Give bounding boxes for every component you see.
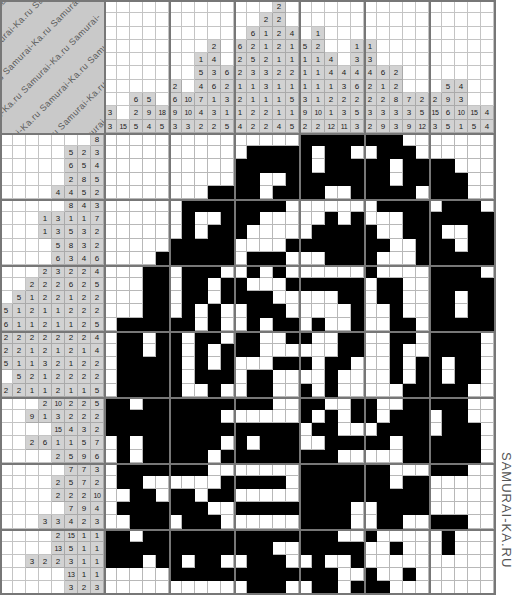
grid-cell[interactable] [221,476,234,489]
grid-cell[interactable] [260,173,273,186]
grid-cell[interactable] [442,318,455,331]
grid-cell[interactable] [117,252,130,265]
grid-cell[interactable] [351,159,364,172]
grid-cell[interactable] [325,555,338,568]
grid-cell[interactable] [338,291,351,304]
grid-cell[interactable] [130,159,143,172]
grid-cell[interactable] [377,450,390,463]
grid-cell[interactable] [208,489,221,502]
grid-cell[interactable] [221,370,234,383]
grid-cell[interactable] [338,450,351,463]
grid-cell[interactable] [416,146,429,159]
grid-cell[interactable] [182,344,195,357]
grid-cell[interactable] [208,344,221,357]
grid-cell[interactable] [377,173,390,186]
grid-cell[interactable] [403,318,416,331]
grid-cell[interactable] [130,423,143,436]
grid-cell[interactable] [117,173,130,186]
grid-cell[interactable] [156,568,169,581]
grid-cell[interactable] [390,436,403,449]
grid-cell[interactable] [481,344,494,357]
grid-cell[interactable] [351,489,364,502]
grid-cell[interactable] [195,384,208,397]
grid-cell[interactable] [182,186,195,199]
grid-cell[interactable] [260,423,273,436]
grid-cell[interactable] [182,489,195,502]
grid-cell[interactable] [442,159,455,172]
grid-cell[interactable] [286,555,299,568]
grid-cell[interactable] [442,568,455,581]
grid-cell[interactable] [182,212,195,225]
grid-cell[interactable] [481,318,494,331]
grid-cell[interactable] [260,489,273,502]
grid-cell[interactable] [455,436,468,449]
grid-cell[interactable] [442,212,455,225]
grid-cell[interactable] [221,515,234,528]
grid-cell[interactable] [182,252,195,265]
grid-cell[interactable] [442,252,455,265]
grid-cell[interactable] [260,436,273,449]
grid-cell[interactable] [208,423,221,436]
grid-cell[interactable] [117,159,130,172]
grid-cell[interactable] [312,278,325,291]
grid-cell[interactable] [351,278,364,291]
grid-cell[interactable] [442,146,455,159]
grid-cell[interactable] [247,555,260,568]
grid-cell[interactable] [312,357,325,370]
grid-cell[interactable] [156,212,169,225]
grid-cell[interactable] [247,384,260,397]
grid-cell[interactable] [208,186,221,199]
grid-cell[interactable] [117,568,130,581]
grid-cell[interactable] [325,357,338,370]
grid-cell[interactable] [208,146,221,159]
grid-cell[interactable] [247,173,260,186]
grid-cell[interactable] [455,186,468,199]
grid-cell[interactable] [312,318,325,331]
grid-cell[interactable] [390,225,403,238]
grid-cell[interactable] [156,225,169,238]
grid-cell[interactable] [247,542,260,555]
grid-cell[interactable] [156,476,169,489]
grid-cell[interactable] [273,225,286,238]
grid-cell[interactable] [468,304,481,317]
grid-cell[interactable] [195,555,208,568]
grid-cell[interactable] [403,384,416,397]
grid-cell[interactable] [130,239,143,252]
grid-cell[interactable] [416,357,429,370]
grid-cell[interactable] [195,542,208,555]
grid-cell[interactable] [143,502,156,515]
grid-cell[interactable] [455,212,468,225]
grid-cell[interactable] [416,239,429,252]
grid-cell[interactable] [117,542,130,555]
grid-cell[interactable] [273,568,286,581]
grid-cell[interactable] [351,212,364,225]
grid-cell[interactable] [130,357,143,370]
grid-cell[interactable] [208,291,221,304]
grid-cell[interactable] [377,476,390,489]
grid-cell[interactable] [351,502,364,515]
grid-cell[interactable] [442,173,455,186]
grid-cell[interactable] [286,450,299,463]
grid-cell[interactable] [390,278,403,291]
grid-cell[interactable] [273,489,286,502]
grid-cell[interactable] [442,410,455,423]
grid-cell[interactable] [442,186,455,199]
grid-cell[interactable] [260,410,273,423]
grid-cell[interactable] [338,515,351,528]
grid-cell[interactable] [403,370,416,383]
grid-cell[interactable] [481,225,494,238]
grid-cell[interactable] [195,410,208,423]
grid-cell[interactable] [468,252,481,265]
grid-cell[interactable] [390,239,403,252]
grid-cell[interactable] [260,159,273,172]
grid-cell[interactable] [208,357,221,370]
grid-cell[interactable] [221,423,234,436]
grid-cell[interactable] [377,568,390,581]
grid-cell[interactable] [312,489,325,502]
grid-cell[interactable] [455,410,468,423]
grid-cell[interactable] [143,568,156,581]
grid-cell[interactable] [221,159,234,172]
grid-cell[interactable] [260,146,273,159]
grid-cell[interactable] [455,502,468,515]
grid-cell[interactable] [312,476,325,489]
grid-cell[interactable] [260,239,273,252]
grid-cell[interactable] [468,410,481,423]
grid-cell[interactable] [221,489,234,502]
grid-cell[interactable] [390,159,403,172]
grid-cell[interactable] [481,489,494,502]
grid-cell[interactable] [195,476,208,489]
grid-cell[interactable] [208,252,221,265]
grid-cell[interactable] [143,450,156,463]
grid-cell[interactable] [182,384,195,397]
grid-cell[interactable] [416,515,429,528]
grid-cell[interactable] [156,515,169,528]
grid-cell[interactable] [468,146,481,159]
grid-cell[interactable] [481,212,494,225]
grid-cell[interactable] [130,225,143,238]
grid-cell[interactable] [468,357,481,370]
grid-cell[interactable] [351,423,364,436]
grid-cell[interactable] [182,318,195,331]
grid-cell[interactable] [273,146,286,159]
grid-cell[interactable] [208,239,221,252]
grid-cell[interactable] [338,555,351,568]
grid-cell[interactable] [221,436,234,449]
grid-cell[interactable] [117,239,130,252]
grid-cell[interactable] [377,252,390,265]
grid-cell[interactable] [325,212,338,225]
grid-cell[interactable] [156,384,169,397]
grid-cell[interactable] [377,291,390,304]
grid-cell[interactable] [130,304,143,317]
grid-cell[interactable] [481,450,494,463]
grid-cell[interactable] [481,384,494,397]
grid-cell[interactable] [208,555,221,568]
grid-cell[interactable] [143,212,156,225]
grid-cell[interactable] [390,357,403,370]
grid-cell[interactable] [312,450,325,463]
grid-cell[interactable] [117,384,130,397]
grid-cell[interactable] [195,489,208,502]
grid-cell[interactable] [325,450,338,463]
grid-cell[interactable] [130,291,143,304]
grid-cell[interactable] [260,318,273,331]
grid-cell[interactable] [351,225,364,238]
grid-cell[interactable] [468,568,481,581]
grid-cell[interactable] [260,476,273,489]
grid-cell[interactable] [156,489,169,502]
grid-cell[interactable] [351,186,364,199]
grid-cell[interactable] [377,186,390,199]
grid-cell[interactable] [221,357,234,370]
grid-cell[interactable] [286,384,299,397]
grid-cell[interactable] [442,502,455,515]
grid-cell[interactable] [156,318,169,331]
grid-cell[interactable] [143,291,156,304]
grid-cell[interactable] [273,304,286,317]
grid-cell[interactable] [143,318,156,331]
grid-cell[interactable] [130,450,143,463]
grid-cell[interactable] [208,384,221,397]
grid-cell[interactable] [312,410,325,423]
grid-cell[interactable] [195,344,208,357]
grid-cell[interactable] [286,278,299,291]
grid-cell[interactable] [143,476,156,489]
grid-cell[interactable] [208,212,221,225]
grid-cell[interactable] [286,423,299,436]
grid-cell[interactable] [468,542,481,555]
grid-cell[interactable] [468,186,481,199]
grid-cell[interactable] [377,384,390,397]
grid-cell[interactable] [195,357,208,370]
grid-cell[interactable] [325,436,338,449]
grid-cell[interactable] [156,450,169,463]
grid-cell[interactable] [143,357,156,370]
grid-cell[interactable] [468,173,481,186]
grid-cell[interactable] [286,318,299,331]
grid-cell[interactable] [221,304,234,317]
grid-cell[interactable] [442,278,455,291]
grid-cell[interactable] [221,555,234,568]
grid-cell[interactable] [208,370,221,383]
grid-cell[interactable] [117,436,130,449]
grid-cell[interactable] [455,555,468,568]
grid-cell[interactable] [351,515,364,528]
grid-cell[interactable] [247,423,260,436]
grid-cell[interactable] [390,212,403,225]
grid-cell[interactable] [156,278,169,291]
grid-cell[interactable] [338,436,351,449]
grid-cell[interactable] [221,146,234,159]
grid-cell[interactable] [468,476,481,489]
grid-cell[interactable] [416,450,429,463]
grid-cell[interactable] [377,542,390,555]
grid-cell[interactable] [221,450,234,463]
grid-cell[interactable] [338,476,351,489]
grid-cell[interactable] [247,410,260,423]
grid-cell[interactable] [143,173,156,186]
grid-cell[interactable] [468,370,481,383]
grid-cell[interactable] [182,239,195,252]
grid-cell[interactable] [377,423,390,436]
grid-cell[interactable] [338,542,351,555]
grid-cell[interactable] [416,423,429,436]
grid-cell[interactable] [416,318,429,331]
grid-cell[interactable] [260,252,273,265]
grid-cell[interactable] [442,370,455,383]
grid-cell[interactable] [260,344,273,357]
grid-cell[interactable] [286,304,299,317]
grid-cell[interactable] [247,318,260,331]
grid-cell[interactable] [390,568,403,581]
grid-cell[interactable] [247,239,260,252]
grid-cell[interactable] [468,239,481,252]
grid-cell[interactable] [403,555,416,568]
grid-cell[interactable] [156,186,169,199]
grid-cell[interactable] [455,423,468,436]
grid-cell[interactable] [156,357,169,370]
grid-cell[interactable] [403,225,416,238]
grid-cell[interactable] [416,173,429,186]
grid-cell[interactable] [351,410,364,423]
grid-cell[interactable] [260,542,273,555]
grid-cell[interactable] [351,450,364,463]
grid-cell[interactable] [416,212,429,225]
grid-cell[interactable] [351,357,364,370]
grid-cell[interactable] [416,410,429,423]
grid-cell[interactable] [403,146,416,159]
grid-cell[interactable] [182,278,195,291]
grid-cell[interactable] [247,304,260,317]
grid-cell[interactable] [442,489,455,502]
grid-cell[interactable] [403,489,416,502]
grid-cell[interactable] [390,146,403,159]
grid-cell[interactable] [338,173,351,186]
grid-cell[interactable] [117,423,130,436]
grid-cell[interactable] [286,410,299,423]
grid-cell[interactable] [117,555,130,568]
grid-cell[interactable] [195,159,208,172]
grid-cell[interactable] [390,186,403,199]
grid-cell[interactable] [442,384,455,397]
grid-cell[interactable] [325,186,338,199]
grid-cell[interactable] [403,239,416,252]
grid-cell[interactable] [351,542,364,555]
grid-cell[interactable] [130,568,143,581]
grid-cell[interactable] [416,304,429,317]
grid-cell[interactable] [416,489,429,502]
grid-cell[interactable] [208,304,221,317]
grid-cell[interactable] [143,370,156,383]
grid-cell[interactable] [338,344,351,357]
grid-cell[interactable] [416,370,429,383]
grid-cell[interactable] [195,450,208,463]
grid-cell[interactable] [143,542,156,555]
grid-cell[interactable] [351,384,364,397]
grid-cell[interactable] [481,186,494,199]
grid-cell[interactable] [351,370,364,383]
grid-cell[interactable] [208,318,221,331]
grid-cell[interactable] [442,515,455,528]
grid-cell[interactable] [182,476,195,489]
grid-cell[interactable] [182,304,195,317]
grid-cell[interactable] [455,344,468,357]
grid-cell[interactable] [247,436,260,449]
grid-cell[interactable] [156,173,169,186]
grid-cell[interactable] [351,291,364,304]
grid-cell[interactable] [260,502,273,515]
grid-cell[interactable] [117,291,130,304]
grid-cell[interactable] [117,370,130,383]
grid-cell[interactable] [416,186,429,199]
grid-cell[interactable] [130,384,143,397]
grid-cell[interactable] [455,318,468,331]
grid-cell[interactable] [390,515,403,528]
grid-cell[interactable] [390,502,403,515]
grid-cell[interactable] [390,318,403,331]
grid-cell[interactable] [117,146,130,159]
grid-cell[interactable] [416,344,429,357]
grid-cell[interactable] [156,423,169,436]
grid-cell[interactable] [286,357,299,370]
grid-cell[interactable] [403,568,416,581]
grid-cell[interactable] [286,476,299,489]
grid-cell[interactable] [481,502,494,515]
grid-cell[interactable] [286,252,299,265]
grid-cell[interactable] [208,568,221,581]
grid-cell[interactable] [455,252,468,265]
grid-cell[interactable] [416,502,429,515]
grid-cell[interactable] [416,159,429,172]
grid-cell[interactable] [481,542,494,555]
grid-cell[interactable] [312,568,325,581]
grid-cell[interactable] [325,515,338,528]
grid-cell[interactable] [403,344,416,357]
grid-cell[interactable] [325,344,338,357]
grid-cell[interactable] [143,186,156,199]
grid-cell[interactable] [416,384,429,397]
grid-cell[interactable] [312,304,325,317]
grid-cell[interactable] [481,436,494,449]
grid-cell[interactable] [416,278,429,291]
grid-cell[interactable] [351,318,364,331]
grid-cell[interactable] [273,212,286,225]
grid-cell[interactable] [455,291,468,304]
grid-cell[interactable] [351,344,364,357]
grid-cell[interactable] [273,450,286,463]
grid-cell[interactable] [247,159,260,172]
grid-cell[interactable] [390,410,403,423]
grid-cell[interactable] [130,489,143,502]
grid-cell[interactable] [338,146,351,159]
grid-cell[interactable] [208,410,221,423]
grid-cell[interactable] [208,159,221,172]
grid-cell[interactable] [455,357,468,370]
grid-cell[interactable] [416,436,429,449]
grid-cell[interactable] [273,173,286,186]
grid-cell[interactable] [156,146,169,159]
grid-cell[interactable] [195,239,208,252]
grid-cell[interactable] [130,410,143,423]
grid-cell[interactable] [208,173,221,186]
grid-cell[interactable] [416,542,429,555]
grid-cell[interactable] [260,568,273,581]
